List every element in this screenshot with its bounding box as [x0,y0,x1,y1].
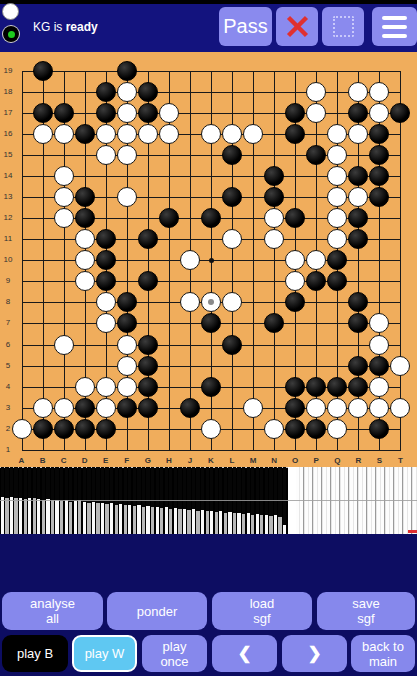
black-stone-O17 [285,103,305,123]
black-stone-G4 [138,377,158,397]
row-label: 6 [0,340,16,349]
row-label: 4 [0,382,16,391]
row-label: 1 [0,445,16,454]
column-label: R [350,456,366,465]
engine-status-light [3,26,19,42]
white-stone-K8 [201,292,221,312]
black-stone-G3 [138,398,158,418]
white-stone-C12 [54,208,74,228]
column-label: B [35,456,51,465]
white-stone-Q13 [327,187,347,207]
column-label: S [371,456,387,465]
status-prefix: KG is [33,20,66,34]
white-stone-N12 [264,208,284,228]
status-state: ready [66,20,98,34]
white-stone-S7 [369,313,389,333]
column-label: G [140,456,156,465]
column-label: N [266,456,282,465]
black-stone-R17 [348,103,368,123]
white-stone-Q12 [327,208,347,228]
black-stone-S13 [369,187,389,207]
white-stone-E3 [96,398,116,418]
white-stone-C14 [54,166,74,186]
white-stone-T5 [390,356,410,376]
black-stone-G11 [138,229,158,249]
white-stone-F15 [117,145,137,165]
white-stone-K16 [201,124,221,144]
black-stone-K7 [201,313,221,333]
black-stone-D2 [75,419,95,439]
row-label: 11 [0,234,16,243]
black-stone-O12 [285,208,305,228]
white-stone-L8 [222,292,242,312]
pass-button[interactable]: Pass [219,7,272,46]
column-label: O [287,456,303,465]
white-stone-E8 [96,292,116,312]
black-stone-R7 [348,313,368,333]
black-stone-E11 [96,229,116,249]
black-stone-B17 [33,103,53,123]
white-stone-E16 [96,124,116,144]
black-stone-S5 [369,356,389,376]
column-label: T [392,456,408,465]
column-label: A [14,456,30,465]
menu-button[interactable] [372,7,417,46]
graph-midline [0,500,417,501]
save-sgf-button[interactable]: save sgf [317,592,415,630]
white-stone-F18 [117,82,137,102]
black-stone-P2 [306,419,326,439]
white-stone-P3 [306,398,326,418]
black-stone-H12 [159,208,179,228]
white-stone-E7 [96,313,116,333]
black-stone-C17 [54,103,74,123]
white-stone-S18 [369,82,389,102]
black-stone-D13 [75,187,95,207]
black-stone-F7 [117,313,137,333]
column-label: Q [329,456,345,465]
row-label: 19 [0,66,16,75]
white-stone-O10 [285,250,305,270]
white-stone-F5 [117,356,137,376]
column-label: J [182,456,198,465]
black-stone-N13 [264,187,284,207]
row-label: 17 [0,108,16,117]
white-stone-Q3 [327,398,347,418]
next-move-button[interactable]: ❯ [282,635,347,672]
column-label: E [98,456,114,465]
black-stone-F3 [117,398,137,418]
black-stone-Q4 [327,377,347,397]
row-label: 18 [0,87,16,96]
white-stone-Q14 [327,166,347,186]
black-stone-E9 [96,271,116,291]
white-stone-Q16 [327,124,347,144]
prev-move-button[interactable]: ❮ [212,635,277,672]
white-stone-N2 [264,419,284,439]
black-stone-N14 [264,166,284,186]
black-stone-R5 [348,356,368,376]
row-label: 16 [0,129,16,138]
black-stone-O2 [285,419,305,439]
load-sgf-button[interactable]: load sgf [212,592,312,630]
black-stone-Q10 [327,250,347,270]
winrate-graph[interactable] [0,467,417,534]
black-stone-S15 [369,145,389,165]
black-stone-E2 [96,419,116,439]
black-stone-N7 [264,313,284,333]
white-stone-F13 [117,187,137,207]
white-stone-P17 [306,103,326,123]
white-stone-T3 [390,398,410,418]
white-stone-F16 [117,124,137,144]
white-stone-Q11 [327,229,347,249]
row-label: 8 [0,297,16,306]
black-stone-D12 [75,208,95,228]
white-stone-P10 [306,250,326,270]
white-stone-S17 [369,103,389,123]
back-to-main-button[interactable]: back to main [351,635,415,672]
column-label: C [56,456,72,465]
row-label: 15 [0,150,16,159]
white-stone-D9 [75,271,95,291]
white-stone-F17 [117,103,137,123]
black-stone-T17 [390,103,410,123]
graph-end-marker [408,530,417,533]
white-stone-R16 [348,124,368,144]
black-stone-G17 [138,103,158,123]
white-stone-S6 [369,335,389,355]
white-stone-F6 [117,335,137,355]
green-dot-icon [8,31,15,38]
black-stone-D16 [75,124,95,144]
white-stone-J8 [180,292,200,312]
app-screen: KG is ready Pass 19181716151413121110987… [0,0,417,676]
black-stone-G9 [138,271,158,291]
white-stone-O9 [285,271,305,291]
white-stone-E15 [96,145,116,165]
black-stone-P9 [306,271,326,291]
select-region-button[interactable] [322,7,364,46]
play-white-button[interactable]: play W [72,635,137,672]
black-stone-E17 [96,103,116,123]
black-stone-G18 [138,82,158,102]
play-once-button[interactable]: play once [142,635,207,672]
star-point [209,258,214,263]
row-label: 12 [0,213,16,222]
black-stone-J3 [180,398,200,418]
black-stone-G6 [138,335,158,355]
black-stone-R14 [348,166,368,186]
black-stone-R4 [348,377,368,397]
white-stone-D10 [75,250,95,270]
black-stone-L6 [222,335,242,355]
grid-vline [274,71,275,451]
white-stone-B16 [33,124,53,144]
white-stone-L16 [222,124,242,144]
white-stone-F4 [117,377,137,397]
black-stone-G5 [138,356,158,376]
column-label: F [119,456,135,465]
analyse-all-button[interactable]: analyse all [2,592,103,630]
last-move-marker [208,299,214,305]
ponder-button[interactable]: ponder [107,592,207,630]
black-stone-L13 [222,187,242,207]
column-label: K [203,456,219,465]
white-stone-M16 [243,124,263,144]
resign-button[interactable] [276,7,318,46]
column-label: H [161,456,177,465]
white-stone-P18 [306,82,326,102]
white-stone-A2 [12,419,32,439]
black-stone-B2 [33,419,53,439]
black-stone-P4 [306,377,326,397]
black-stone-C2 [54,419,74,439]
black-stone-R11 [348,229,368,249]
white-stone-D4 [75,377,95,397]
white-stone-R18 [348,82,368,102]
black-stone-O8 [285,292,305,312]
white-stone-E4 [96,377,116,397]
white-stone-N11 [264,229,284,249]
black-stone-O3 [285,398,305,418]
close-x-icon [284,13,311,40]
white-stone-Q15 [327,145,347,165]
black-stone-O4 [285,377,305,397]
black-stone-P15 [306,145,326,165]
black-stone-B19 [33,61,53,81]
white-stone-Q2 [327,419,347,439]
white-stone-C3 [54,398,74,418]
black-stone-S16 [369,124,389,144]
row-label: 10 [0,255,16,264]
white-stone-G16 [138,124,158,144]
white-stone-K2 [201,419,221,439]
column-label: P [308,456,324,465]
black-stone-R12 [348,208,368,228]
row-label: 13 [0,192,16,201]
column-label: D [77,456,93,465]
black-stone-K4 [201,377,221,397]
row-label: 5 [0,361,16,370]
white-stone-C13 [54,187,74,207]
black-stone-K12 [201,208,221,228]
grid-vline [400,71,401,451]
white-stone-L11 [222,229,242,249]
engine-status-text: KG is ready [33,19,98,35]
black-stone-L15 [222,145,242,165]
grid-vline [22,71,23,451]
white-stone-C6 [54,335,74,355]
turn-indicator-white-stone [2,3,19,20]
row-label: 7 [0,318,16,327]
white-stone-H17 [159,103,179,123]
black-stone-S2 [369,419,389,439]
black-stone-E18 [96,82,116,102]
white-stone-B3 [33,398,53,418]
white-stone-S4 [369,377,389,397]
black-stone-O16 [285,124,305,144]
row-label: 3 [0,403,16,412]
black-stone-Q9 [327,271,347,291]
goban[interactable]: 19181716151413121110987654321ABCDEFGHJKL… [0,52,417,467]
white-stone-R13 [348,187,368,207]
black-stone-F8 [117,292,137,312]
play-black-button[interactable]: play B [2,635,68,672]
white-stone-S3 [369,398,389,418]
black-stone-E10 [96,250,116,270]
column-label: M [245,456,261,465]
black-stone-D3 [75,398,95,418]
black-stone-R8 [348,292,368,312]
row-label: 9 [0,276,16,285]
column-label: L [224,456,240,465]
white-stone-R3 [348,398,368,418]
black-stone-S14 [369,166,389,186]
selection-dotted-square-icon [333,16,354,37]
white-stone-J10 [180,250,200,270]
white-stone-M3 [243,398,263,418]
white-stone-H16 [159,124,179,144]
black-stone-F19 [117,61,137,81]
row-label: 14 [0,171,16,180]
white-stone-C16 [54,124,74,144]
white-stone-D11 [75,229,95,249]
menu-icon [382,16,407,20]
